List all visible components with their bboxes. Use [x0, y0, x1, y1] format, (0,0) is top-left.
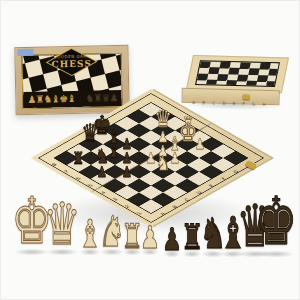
rank-label: 4	[100, 191, 107, 195]
piece-shadow	[258, 251, 294, 258]
chess-piece-silhouettes-icon: ♞♜♛♟	[85, 93, 117, 104]
file-label: F	[220, 177, 227, 181]
file-label: D	[196, 191, 204, 195]
packaging-pieces-strip: ♟♜♞♝♚♝ ♞♜♛♟	[23, 90, 121, 108]
rank-label: 2	[124, 205, 131, 209]
piece-shadow	[123, 249, 142, 256]
file-label: G	[232, 170, 240, 174]
piece-shadow	[141, 249, 158, 256]
piece-shadow	[14, 249, 49, 256]
rank-label: 1	[136, 212, 143, 216]
folded-board-front-edge: A B C D E F G H	[181, 88, 279, 106]
piece-shadow	[46, 249, 78, 256]
piece-shadow	[80, 249, 101, 256]
clasp-icon	[242, 94, 249, 99]
file-label: E	[208, 184, 215, 188]
piece-shadow	[163, 251, 180, 258]
rank-label: 8	[51, 163, 58, 167]
product-photo: ♟♜♞♝♚♝ ♞♜♛♟ WOODEN GAME CHESS A B C D E …	[0, 0, 300, 300]
rank-label: 3	[112, 198, 119, 202]
folded-board-squares	[195, 60, 280, 87]
piece-shadow	[221, 251, 245, 258]
file-label: B	[171, 205, 178, 209]
piece-shadow	[182, 251, 201, 258]
piece-shadow	[239, 251, 271, 258]
box-sticker	[17, 49, 33, 56]
folded-board: A B C D E F G H	[181, 55, 284, 110]
piece-shadow	[100, 249, 123, 256]
file-label: A	[159, 212, 166, 216]
rank-label: 5	[87, 184, 94, 188]
rank-label: 7	[63, 170, 70, 174]
rank-label: 6	[75, 177, 82, 181]
chess-piece-silhouettes-icon: ♟♜♞♝♚♝	[27, 94, 75, 105]
piece-shadow	[201, 251, 224, 258]
tray-piece-light-king: ♚	[11, 191, 52, 252]
tray-piece-dark-king: ♚	[255, 191, 298, 254]
file-label: C	[184, 198, 191, 202]
packaging-box: ♟♜♞♝♚♝ ♞♜♛♟ WOODEN GAME CHESS	[14, 45, 129, 115]
